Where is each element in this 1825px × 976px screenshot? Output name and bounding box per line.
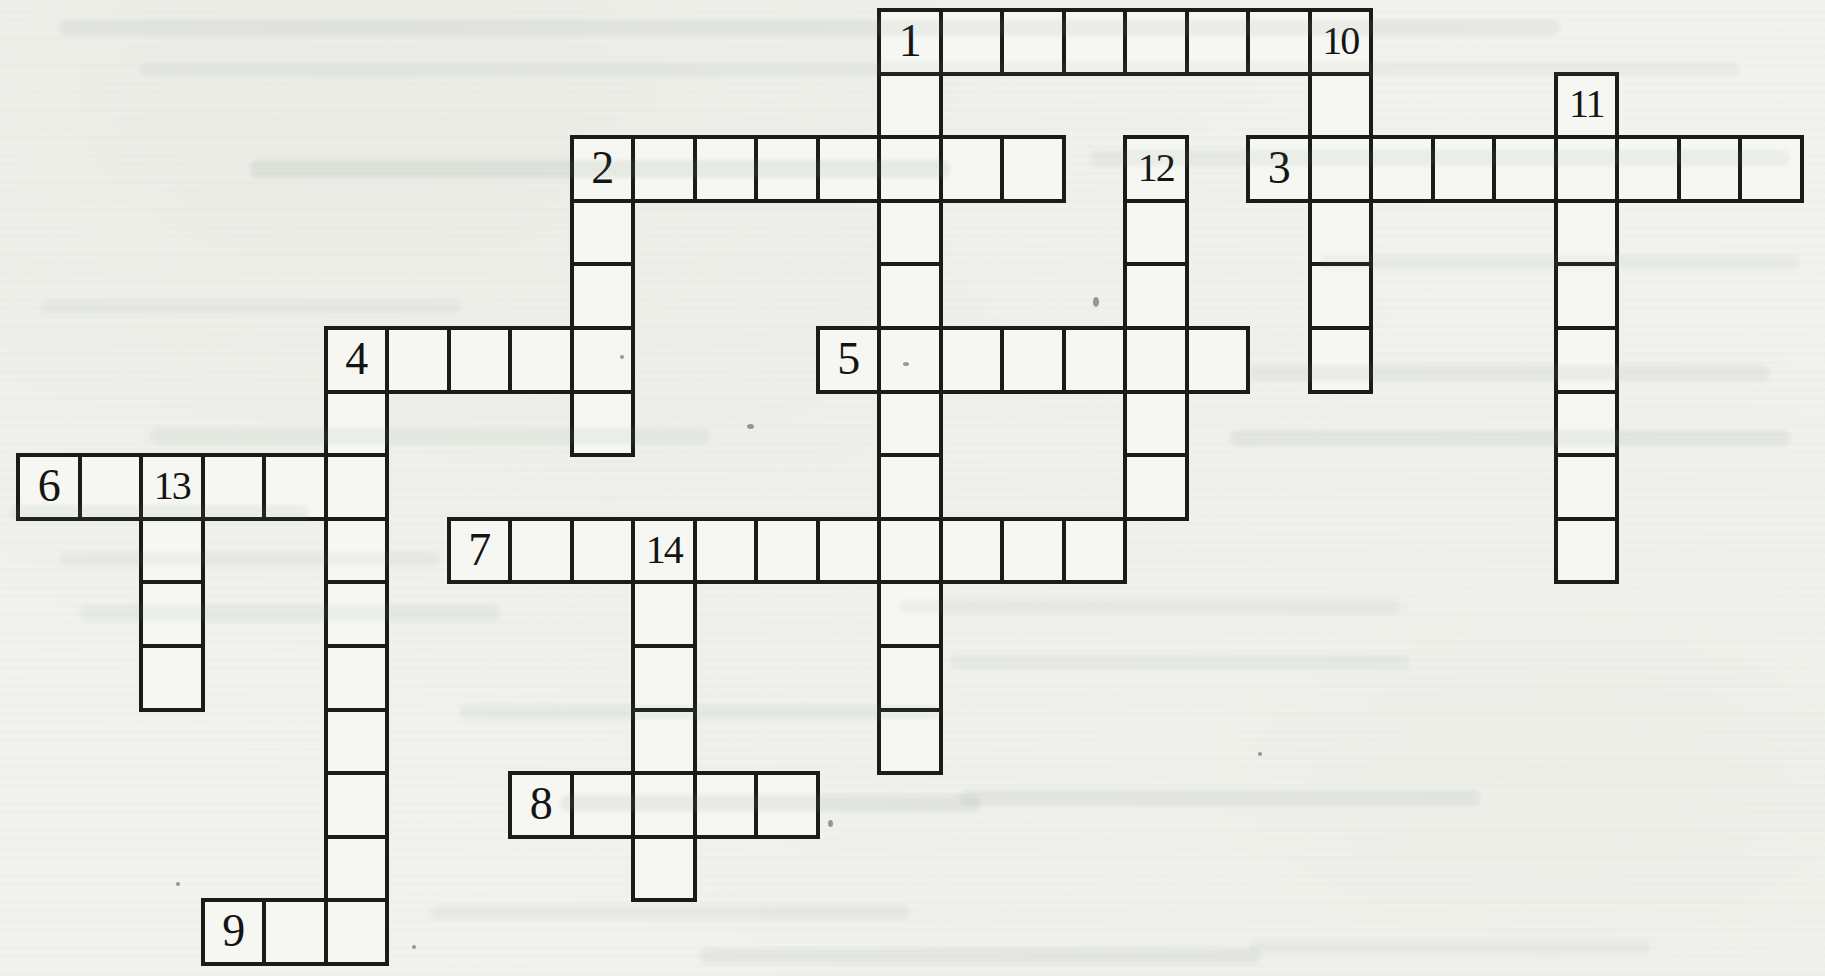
- cell-r13-c10[interactable]: [631, 835, 697, 903]
- cell-r2-c22[interactable]: [1369, 135, 1435, 203]
- cell-r5-c19[interactable]: [1185, 326, 1251, 394]
- cell-r2-c24[interactable]: [1492, 135, 1558, 203]
- cell-r14-c5[interactable]: [324, 898, 390, 966]
- cell-r5-c17[interactable]: [1062, 326, 1128, 394]
- cell-r2-c10[interactable]: [631, 135, 697, 203]
- cell-r2-c15[interactable]: [939, 135, 1005, 203]
- cell-r8-c25[interactable]: [1554, 517, 1620, 585]
- scanned-crossword-page: 1101121234561371489: [0, 0, 1825, 976]
- cell-r0-c14[interactable]: 1: [877, 8, 943, 76]
- cell-r7-c18[interactable]: [1123, 453, 1189, 521]
- cell-r5-c16[interactable]: [1000, 326, 1066, 394]
- cell-r12-c11[interactable]: [693, 771, 759, 839]
- cell-r7-c1[interactable]: [78, 453, 144, 521]
- cell-r8-c11[interactable]: [693, 517, 759, 585]
- cell-r9-c14[interactable]: [877, 580, 943, 648]
- clue-number-14: 14: [646, 530, 682, 570]
- cell-r7-c25[interactable]: [1554, 453, 1620, 521]
- cell-r9-c2[interactable]: [139, 580, 205, 648]
- clue-number-5: 5: [837, 336, 859, 382]
- cell-r6-c18[interactable]: [1123, 390, 1189, 458]
- clue-number-1: 1: [899, 18, 921, 64]
- scan-artifact: [700, 948, 1260, 964]
- cell-r3-c18[interactable]: [1123, 199, 1189, 267]
- cell-r10-c5[interactable]: [324, 644, 390, 712]
- cell-r8-c7[interactable]: 7: [447, 517, 513, 585]
- cell-r5-c5[interactable]: 4: [324, 326, 390, 394]
- cell-r8-c17[interactable]: [1062, 517, 1128, 585]
- cell-r8-c5[interactable]: [324, 517, 390, 585]
- cell-r10-c14[interactable]: [877, 644, 943, 712]
- scan-artifact: [960, 790, 1480, 806]
- scan-artifact: [40, 300, 460, 314]
- clue-number-3: 3: [1268, 145, 1290, 191]
- cell-r7-c0[interactable]: 6: [16, 453, 82, 521]
- cell-r8-c8[interactable]: [508, 517, 574, 585]
- cell-r5-c21[interactable]: [1308, 326, 1374, 394]
- cell-r0-c17[interactable]: [1062, 8, 1128, 76]
- cell-r8-c2[interactable]: [139, 517, 205, 585]
- cell-r6-c9[interactable]: [570, 390, 636, 458]
- cell-r7-c4[interactable]: [262, 453, 328, 521]
- scan-speck: [176, 882, 180, 886]
- cell-r2-c18[interactable]: 12: [1123, 135, 1189, 203]
- cell-r7-c2[interactable]: 13: [139, 453, 205, 521]
- cell-r9-c5[interactable]: [324, 580, 390, 648]
- cell-r2-c14[interactable]: [877, 135, 943, 203]
- scan-artifact: [430, 905, 910, 919]
- scan-artifact: [460, 705, 940, 719]
- cell-r8-c12[interactable]: [754, 517, 820, 585]
- cell-r12-c12[interactable]: [754, 771, 820, 839]
- clue-number-10: 10: [1322, 21, 1358, 61]
- cell-r6-c25[interactable]: [1554, 390, 1620, 458]
- cell-r2-c23[interactable]: [1431, 135, 1497, 203]
- cell-r4-c25[interactable]: [1554, 262, 1620, 330]
- clue-number-12: 12: [1138, 148, 1174, 188]
- cell-r6-c14[interactable]: [877, 390, 943, 458]
- cell-r5-c18[interactable]: [1123, 326, 1189, 394]
- cell-r14-c3[interactable]: 9: [201, 898, 267, 966]
- cell-r13-c5[interactable]: [324, 835, 390, 903]
- cell-r5-c14[interactable]: [877, 326, 943, 394]
- cell-r7-c14[interactable]: [877, 453, 943, 521]
- cell-r8-c13[interactable]: [816, 517, 882, 585]
- clue-number-13: 13: [154, 466, 190, 506]
- cell-r2-c16[interactable]: [1000, 135, 1066, 203]
- cell-r4-c14[interactable]: [877, 262, 943, 330]
- scan-artifact: [900, 600, 1400, 614]
- cell-r4-c21[interactable]: [1308, 262, 1374, 330]
- cell-r9-c10[interactable]: [631, 580, 697, 648]
- cell-r10-c2[interactable]: [139, 644, 205, 712]
- cell-r2-c13[interactable]: [816, 135, 882, 203]
- clue-number-8: 8: [530, 781, 552, 827]
- cell-r2-c26[interactable]: [1615, 135, 1681, 203]
- cell-r6-c5[interactable]: [324, 390, 390, 458]
- scan-speck: [412, 945, 416, 949]
- scan-speck: [828, 820, 833, 827]
- cell-r14-c4[interactable]: [262, 898, 328, 966]
- clue-number-6: 6: [38, 463, 60, 509]
- cell-r2-c12[interactable]: [754, 135, 820, 203]
- cell-r4-c9[interactable]: [570, 262, 636, 330]
- cell-r12-c10[interactable]: [631, 771, 697, 839]
- scan-speck: [1258, 752, 1262, 756]
- cell-r0-c15[interactable]: [939, 8, 1005, 76]
- cell-r11-c14[interactable]: [877, 708, 943, 776]
- cell-r8-c10[interactable]: 14: [631, 517, 697, 585]
- scan-speck: [747, 424, 754, 429]
- clue-number-4: 4: [345, 336, 367, 382]
- scan-artifact: [1230, 430, 1790, 446]
- cell-r1-c21[interactable]: [1308, 72, 1374, 140]
- scan-artifact: [1250, 940, 1650, 954]
- clue-number-7: 7: [468, 527, 490, 573]
- clue-number-9: 9: [222, 908, 244, 954]
- cell-r0-c16[interactable]: [1000, 8, 1066, 76]
- cell-r5-c15[interactable]: [939, 326, 1005, 394]
- cell-r7-c3[interactable]: [201, 453, 267, 521]
- scan-artifact: [950, 655, 1410, 669]
- cell-r2-c27[interactable]: [1677, 135, 1743, 203]
- clue-number-2: 2: [591, 145, 613, 191]
- cell-r0-c18[interactable]: [1123, 8, 1189, 76]
- cell-r1-c14[interactable]: [877, 72, 943, 140]
- scan-speck: [1093, 297, 1099, 307]
- cell-r8-c15[interactable]: [939, 517, 1005, 585]
- cell-r5-c7[interactable]: [447, 326, 513, 394]
- cell-r5-c9[interactable]: [570, 326, 636, 394]
- cell-r3-c9[interactable]: [570, 199, 636, 267]
- cell-r2-c20[interactable]: 3: [1246, 135, 1312, 203]
- clue-number-11: 11: [1569, 84, 1604, 124]
- cell-r11-c5[interactable]: [324, 708, 390, 776]
- cell-r5-c13[interactable]: 5: [816, 326, 882, 394]
- cell-r3-c25[interactable]: [1554, 199, 1620, 267]
- cell-r5-c8[interactable]: [508, 326, 574, 394]
- cell-r2-c9[interactable]: 2: [570, 135, 636, 203]
- cell-r8-c14[interactable]: [877, 517, 943, 585]
- cell-r2-c25[interactable]: [1554, 135, 1620, 203]
- cell-r5-c6[interactable]: [385, 326, 451, 394]
- cell-r1-c25[interactable]: 11: [1554, 72, 1620, 140]
- cell-r3-c21[interactable]: [1308, 199, 1374, 267]
- cell-r7-c5[interactable]: [324, 453, 390, 521]
- cell-r12-c5[interactable]: [324, 771, 390, 839]
- cell-r11-c10[interactable]: [631, 708, 697, 776]
- cell-r5-c25[interactable]: [1554, 326, 1620, 394]
- cell-r12-c8[interactable]: 8: [508, 771, 574, 839]
- cell-r4-c18[interactable]: [1123, 262, 1189, 330]
- cell-r10-c10[interactable]: [631, 644, 697, 712]
- cell-r2-c11[interactable]: [693, 135, 759, 203]
- cell-r8-c9[interactable]: [570, 517, 636, 585]
- cell-r0-c20[interactable]: [1246, 8, 1312, 76]
- cell-r12-c9[interactable]: [570, 771, 636, 839]
- cell-r3-c14[interactable]: [877, 199, 943, 267]
- cell-r8-c16[interactable]: [1000, 517, 1066, 585]
- cell-r2-c28[interactable]: [1738, 135, 1804, 203]
- cell-r2-c21[interactable]: [1308, 135, 1374, 203]
- cell-r0-c19[interactable]: [1185, 8, 1251, 76]
- cell-r0-c21[interactable]: 10: [1308, 8, 1374, 76]
